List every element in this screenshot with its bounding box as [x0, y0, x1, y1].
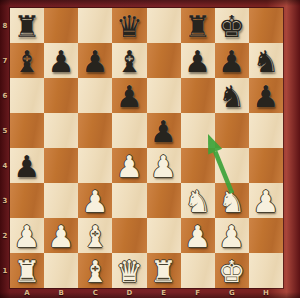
piece-white-pawn[interactable]: ♟ — [48, 219, 75, 254]
piece-white-pawn[interactable]: ♟ — [14, 219, 41, 254]
piece-white-pawn[interactable]: ♟ — [184, 219, 211, 254]
square-e1[interactable]: ♜ — [147, 253, 181, 288]
piece-white-king[interactable]: ♚ — [218, 254, 245, 289]
piece-white-pawn[interactable]: ♟ — [252, 184, 279, 219]
square-d4[interactable]: ♟ — [112, 148, 146, 183]
square-c6[interactable] — [78, 78, 112, 113]
square-d2[interactable] — [112, 218, 146, 253]
piece-white-pawn[interactable]: ♟ — [82, 184, 109, 219]
square-d6[interactable]: ♟ — [112, 78, 146, 113]
square-a2[interactable]: ♟ — [10, 218, 44, 253]
rank-label-1: 1 — [0, 253, 10, 288]
chess-diagram: ♜♛♜♚♝♟♟♝♟♟♞♟♞♟♟♟♟♟♟♞♞♟♟♟♝♟♟♜♝♛♜♚ 8765432… — [0, 0, 300, 298]
square-b1[interactable] — [44, 253, 78, 288]
piece-white-knight[interactable]: ♞ — [184, 184, 211, 219]
square-d8[interactable]: ♛ — [112, 8, 146, 43]
square-e4[interactable]: ♟ — [147, 148, 181, 183]
square-h2[interactable] — [249, 218, 283, 253]
square-a3[interactable] — [10, 183, 44, 218]
square-e8[interactable] — [147, 8, 181, 43]
square-c3[interactable]: ♟ — [78, 183, 112, 218]
square-d1[interactable]: ♛ — [112, 253, 146, 288]
chess-board: ♜♛♜♚♝♟♟♝♟♟♞♟♞♟♟♟♟♟♟♞♞♟♟♟♝♟♟♜♝♛♜♚ — [10, 8, 283, 288]
square-h4[interactable] — [249, 148, 283, 183]
piece-white-pawn[interactable]: ♟ — [218, 219, 245, 254]
piece-black-pawn[interactable]: ♟ — [82, 44, 109, 79]
square-g2[interactable]: ♟ — [215, 218, 249, 253]
square-h1[interactable] — [249, 253, 283, 288]
piece-black-queen[interactable]: ♛ — [116, 9, 143, 44]
square-g7[interactable]: ♟ — [215, 43, 249, 78]
piece-black-bishop[interactable]: ♝ — [14, 44, 41, 79]
square-a8[interactable]: ♜ — [10, 8, 44, 43]
piece-white-rook[interactable]: ♜ — [14, 254, 41, 289]
square-a4[interactable]: ♟ — [10, 148, 44, 183]
rank-label-6: 6 — [0, 78, 10, 113]
square-c8[interactable] — [78, 8, 112, 43]
square-e5[interactable]: ♟ — [147, 113, 181, 148]
square-a6[interactable] — [10, 78, 44, 113]
square-b7[interactable]: ♟ — [44, 43, 78, 78]
square-c7[interactable]: ♟ — [78, 43, 112, 78]
piece-white-bishop[interactable]: ♝ — [82, 254, 109, 289]
square-a5[interactable] — [10, 113, 44, 148]
piece-black-pawn[interactable]: ♟ — [252, 79, 279, 114]
square-f2[interactable]: ♟ — [181, 218, 215, 253]
square-e7[interactable] — [147, 43, 181, 78]
file-label-g: G — [215, 288, 249, 298]
square-h7[interactable]: ♞ — [249, 43, 283, 78]
piece-white-pawn[interactable]: ♟ — [150, 149, 177, 184]
piece-black-rook[interactable]: ♜ — [184, 9, 211, 44]
file-label-e: E — [147, 288, 181, 298]
rank-label-7: 7 — [0, 43, 10, 78]
square-g6[interactable]: ♞ — [215, 78, 249, 113]
rank-label-3: 3 — [0, 183, 10, 218]
square-f8[interactable]: ♜ — [181, 8, 215, 43]
square-h3[interactable]: ♟ — [249, 183, 283, 218]
square-f6[interactable] — [181, 78, 215, 113]
file-label-c: C — [78, 288, 112, 298]
piece-white-pawn[interactable]: ♟ — [116, 149, 143, 184]
square-f3[interactable]: ♞ — [181, 183, 215, 218]
square-d7[interactable]: ♝ — [112, 43, 146, 78]
piece-black-pawn[interactable]: ♟ — [150, 114, 177, 149]
piece-black-knight[interactable]: ♞ — [218, 79, 245, 114]
square-f5[interactable] — [181, 113, 215, 148]
square-d3[interactable] — [112, 183, 146, 218]
square-d5[interactable] — [112, 113, 146, 148]
rank-label-4: 4 — [0, 148, 10, 183]
square-a1[interactable]: ♜ — [10, 253, 44, 288]
rank-label-5: 5 — [0, 113, 10, 148]
square-f1[interactable] — [181, 253, 215, 288]
square-g1[interactable]: ♚ — [215, 253, 249, 288]
square-g3[interactable]: ♞ — [215, 183, 249, 218]
file-label-f: F — [181, 288, 215, 298]
file-label-h: H — [249, 288, 283, 298]
piece-black-pawn[interactable]: ♟ — [184, 44, 211, 79]
piece-white-rook[interactable]: ♜ — [150, 254, 177, 289]
piece-black-knight[interactable]: ♞ — [252, 44, 279, 79]
square-b2[interactable]: ♟ — [44, 218, 78, 253]
piece-black-king[interactable]: ♚ — [218, 9, 245, 44]
square-b8[interactable] — [44, 8, 78, 43]
square-h6[interactable]: ♟ — [249, 78, 283, 113]
square-b6[interactable] — [44, 78, 78, 113]
square-f4[interactable] — [181, 148, 215, 183]
square-c4[interactable] — [78, 148, 112, 183]
square-e2[interactable] — [147, 218, 181, 253]
square-g5[interactable] — [215, 113, 249, 148]
piece-black-pawn[interactable]: ♟ — [218, 44, 245, 79]
square-h5[interactable] — [249, 113, 283, 148]
piece-black-pawn[interactable]: ♟ — [116, 79, 143, 114]
rank-label-2: 2 — [0, 218, 10, 253]
square-g8[interactable]: ♚ — [215, 8, 249, 43]
piece-black-rook[interactable]: ♜ — [14, 9, 41, 44]
rank-label-8: 8 — [0, 8, 10, 43]
piece-black-pawn[interactable]: ♟ — [14, 149, 41, 184]
file-label-d: D — [112, 288, 146, 298]
square-e3[interactable] — [147, 183, 181, 218]
square-g4[interactable] — [215, 148, 249, 183]
piece-black-pawn[interactable]: ♟ — [48, 44, 75, 79]
piece-white-bishop[interactable]: ♝ — [82, 219, 109, 254]
square-f7[interactable]: ♟ — [181, 43, 215, 78]
square-h8[interactable] — [249, 8, 283, 43]
square-e6[interactable] — [147, 78, 181, 113]
square-b5[interactable] — [44, 113, 78, 148]
file-label-a: A — [10, 288, 44, 298]
square-a7[interactable]: ♝ — [10, 43, 44, 78]
piece-white-queen[interactable]: ♛ — [116, 254, 143, 289]
square-b4[interactable] — [44, 148, 78, 183]
file-label-b: B — [44, 288, 78, 298]
square-c2[interactable]: ♝ — [78, 218, 112, 253]
square-c1[interactable]: ♝ — [78, 253, 112, 288]
piece-black-bishop[interactable]: ♝ — [116, 44, 143, 79]
square-c5[interactable] — [78, 113, 112, 148]
piece-white-knight[interactable]: ♞ — [218, 184, 245, 219]
square-b3[interactable] — [44, 183, 78, 218]
